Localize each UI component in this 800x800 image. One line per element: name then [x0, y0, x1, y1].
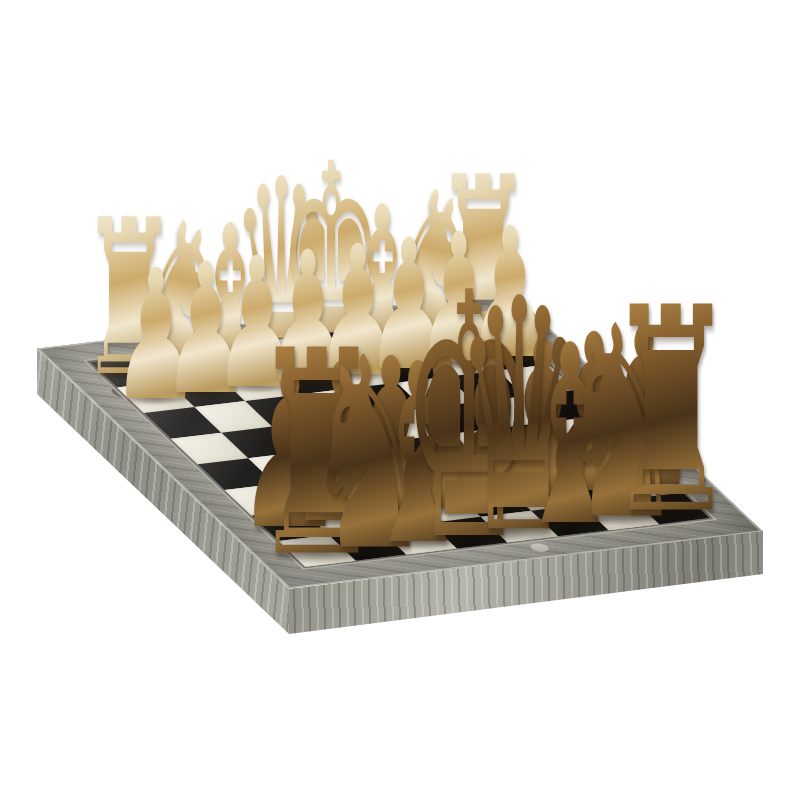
product-photo-stage: ♜♞♝♛♚♝♞♜♟♟♟♟♟♟♟♟♟♟♟♟♟♟♟♟♜♞♝♚♛♝♞♜: [0, 0, 800, 800]
piece-black-rook[interactable]: ♜: [605, 271, 736, 553]
